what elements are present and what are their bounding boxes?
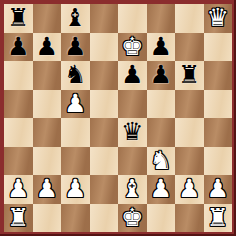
square-e8[interactable] bbox=[118, 4, 147, 33]
square-g7[interactable] bbox=[175, 33, 204, 62]
square-g1[interactable] bbox=[175, 204, 204, 233]
piece-black-bishop[interactable]: ♝ bbox=[64, 4, 86, 32]
square-e3[interactable] bbox=[118, 147, 147, 176]
square-b1[interactable] bbox=[33, 204, 62, 233]
square-d3[interactable] bbox=[90, 147, 119, 176]
piece-white-rook[interactable]: ♜ bbox=[7, 204, 29, 232]
square-f8[interactable] bbox=[147, 4, 176, 33]
piece-white-pawn[interactable]: ♟ bbox=[64, 90, 86, 118]
square-g5[interactable] bbox=[175, 90, 204, 119]
piece-black-rook[interactable]: ♜ bbox=[7, 4, 29, 32]
square-b2[interactable]: ♟ bbox=[33, 175, 62, 204]
square-b4[interactable] bbox=[33, 118, 62, 147]
piece-black-pawn[interactable]: ♟ bbox=[7, 33, 29, 61]
square-c1[interactable] bbox=[61, 204, 90, 233]
square-f2[interactable]: ♟ bbox=[147, 175, 176, 204]
square-h2[interactable]: ♟ bbox=[204, 175, 233, 204]
square-c7[interactable]: ♟ bbox=[61, 33, 90, 62]
square-f4[interactable] bbox=[147, 118, 176, 147]
piece-white-pawn[interactable]: ♟ bbox=[207, 175, 229, 203]
square-a7[interactable]: ♟ bbox=[4, 33, 33, 62]
piece-white-bishop[interactable]: ♝ bbox=[121, 175, 143, 203]
square-c2[interactable]: ♟ bbox=[61, 175, 90, 204]
square-a1[interactable]: ♜ bbox=[4, 204, 33, 233]
piece-black-pawn[interactable]: ♟ bbox=[121, 61, 143, 89]
square-e2[interactable]: ♝ bbox=[118, 175, 147, 204]
piece-white-pawn[interactable]: ♟ bbox=[7, 175, 29, 203]
square-f5[interactable] bbox=[147, 90, 176, 119]
square-a4[interactable] bbox=[4, 118, 33, 147]
piece-white-rook[interactable]: ♜ bbox=[207, 204, 229, 232]
square-d8[interactable] bbox=[90, 4, 119, 33]
square-a6[interactable] bbox=[4, 61, 33, 90]
square-c3[interactable] bbox=[61, 147, 90, 176]
square-f3[interactable]: ♞ bbox=[147, 147, 176, 176]
square-b5[interactable] bbox=[33, 90, 62, 119]
piece-white-pawn[interactable]: ♟ bbox=[150, 175, 172, 203]
square-b3[interactable] bbox=[33, 147, 62, 176]
piece-black-pawn[interactable]: ♟ bbox=[150, 61, 172, 89]
square-a5[interactable] bbox=[4, 90, 33, 119]
square-c4[interactable] bbox=[61, 118, 90, 147]
square-c8[interactable]: ♝ bbox=[61, 4, 90, 33]
square-h6[interactable] bbox=[204, 61, 233, 90]
square-e7[interactable]: ♚ bbox=[118, 33, 147, 62]
square-b6[interactable] bbox=[33, 61, 62, 90]
square-c6[interactable]: ♞ bbox=[61, 61, 90, 90]
square-g4[interactable] bbox=[175, 118, 204, 147]
piece-black-pawn[interactable]: ♟ bbox=[64, 33, 86, 61]
square-d2[interactable] bbox=[90, 175, 119, 204]
square-g2[interactable]: ♟ bbox=[175, 175, 204, 204]
piece-white-knight[interactable]: ♞ bbox=[150, 147, 172, 175]
square-g3[interactable] bbox=[175, 147, 204, 176]
square-e4[interactable]: ♛ bbox=[118, 118, 147, 147]
chess-board: ♜♝♛♟♟♟♚♟♞♟♟♜♟♛♞♟♟♟♝♟♟♟♜♚♜ bbox=[4, 4, 232, 232]
square-d5[interactable] bbox=[90, 90, 119, 119]
square-b7[interactable]: ♟ bbox=[33, 33, 62, 62]
square-d6[interactable] bbox=[90, 61, 119, 90]
square-h1[interactable]: ♜ bbox=[204, 204, 233, 233]
square-h4[interactable] bbox=[204, 118, 233, 147]
square-d1[interactable] bbox=[90, 204, 119, 233]
piece-black-pawn[interactable]: ♟ bbox=[36, 33, 58, 61]
piece-white-pawn[interactable]: ♟ bbox=[64, 175, 86, 203]
piece-white-king[interactable]: ♚ bbox=[121, 33, 143, 61]
square-f7[interactable]: ♟ bbox=[147, 33, 176, 62]
square-a3[interactable] bbox=[4, 147, 33, 176]
square-g8[interactable] bbox=[175, 4, 204, 33]
piece-black-knight[interactable]: ♞ bbox=[64, 61, 86, 89]
piece-black-pawn[interactable]: ♟ bbox=[150, 33, 172, 61]
square-f6[interactable]: ♟ bbox=[147, 61, 176, 90]
piece-black-queen[interactable]: ♛ bbox=[121, 118, 143, 146]
square-e1[interactable]: ♚ bbox=[118, 204, 147, 233]
square-d4[interactable] bbox=[90, 118, 119, 147]
square-e5[interactable] bbox=[118, 90, 147, 119]
square-f1[interactable] bbox=[147, 204, 176, 233]
piece-white-pawn[interactable]: ♟ bbox=[36, 175, 58, 203]
piece-white-pawn[interactable]: ♟ bbox=[178, 175, 200, 203]
square-h3[interactable] bbox=[204, 147, 233, 176]
square-g6[interactable]: ♜ bbox=[175, 61, 204, 90]
square-h5[interactable] bbox=[204, 90, 233, 119]
square-c5[interactable]: ♟ bbox=[61, 90, 90, 119]
square-a2[interactable]: ♟ bbox=[4, 175, 33, 204]
piece-black-rook[interactable]: ♜ bbox=[178, 61, 200, 89]
piece-white-king[interactable]: ♚ bbox=[121, 204, 143, 232]
square-a8[interactable]: ♜ bbox=[4, 4, 33, 33]
square-d7[interactable] bbox=[90, 33, 119, 62]
square-e6[interactable]: ♟ bbox=[118, 61, 147, 90]
square-b8[interactable] bbox=[33, 4, 62, 33]
square-h7[interactable] bbox=[204, 33, 233, 62]
square-h8[interactable]: ♛ bbox=[204, 4, 233, 33]
piece-white-queen[interactable]: ♛ bbox=[207, 4, 229, 32]
board-frame: ♜♝♛♟♟♟♚♟♞♟♟♜♟♛♞♟♟♟♝♟♟♟♜♚♜ bbox=[0, 0, 236, 236]
